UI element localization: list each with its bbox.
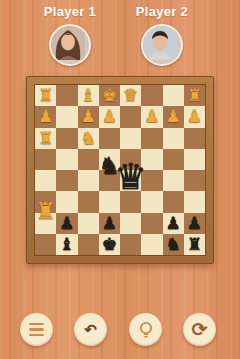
square-e3[interactable] (120, 191, 141, 212)
square-h7[interactable]: ♟ (184, 106, 205, 127)
square-e4[interactable]: ♛ (120, 170, 141, 191)
gold-pawn-a7: ♟ (38, 108, 53, 125)
restart-icon: ⟳ (192, 320, 208, 339)
square-g8[interactable] (163, 85, 184, 106)
black-pawn-b2: ♟ (59, 215, 74, 232)
square-f7[interactable]: ♟ (141, 106, 162, 127)
square-d2[interactable]: ♟ (99, 213, 120, 234)
square-d7[interactable]: ♟ (99, 106, 120, 127)
gold-bishop-c8: ♝ (81, 87, 96, 104)
player2-panel: Player 2 (107, 4, 217, 66)
gold-pawn-c7: ♟ (81, 108, 96, 125)
undo-icon: ↶ (84, 322, 97, 337)
gold-rook-a8: ♜ (38, 87, 53, 104)
square-h2[interactable]: ♟ (184, 213, 205, 234)
square-h1[interactable]: ♜ (184, 234, 205, 255)
square-f8[interactable] (141, 85, 162, 106)
gold-king-d8: ♚ (102, 87, 117, 104)
woman-avatar-illustration (51, 26, 85, 60)
square-f2[interactable] (141, 213, 162, 234)
black-knight-g1: ♞ (166, 236, 181, 253)
square-a1[interactable] (35, 234, 56, 255)
square-c4[interactable] (78, 170, 99, 191)
hint-bulb-icon (138, 321, 154, 339)
square-b2[interactable]: ♟ (56, 213, 77, 234)
black-pawn-h2: ♟ (187, 215, 202, 232)
square-a6[interactable]: ♜ (35, 128, 56, 149)
black-pawn-g2: ♟ (166, 215, 181, 232)
black-rook-h1: ♜ (187, 236, 202, 253)
square-e1[interactable] (120, 234, 141, 255)
square-a3[interactable]: ♜ (35, 191, 56, 212)
square-c6[interactable]: ♞ (78, 128, 99, 149)
square-b8[interactable] (56, 85, 77, 106)
square-e7[interactable] (120, 106, 141, 127)
square-b3[interactable] (56, 191, 77, 212)
player2-name: Player 2 (136, 4, 188, 19)
gold-knight-c6: ♞ (81, 130, 96, 147)
square-c3[interactable] (78, 191, 99, 212)
menu-icon (29, 323, 44, 337)
square-f4[interactable] (141, 170, 162, 191)
square-h3[interactable] (184, 191, 205, 212)
square-g4[interactable] (163, 170, 184, 191)
gold-queen-e8: ♛ (123, 87, 138, 104)
square-a2[interactable] (35, 213, 56, 234)
square-c5[interactable] (78, 149, 99, 170)
square-b6[interactable] (56, 128, 77, 149)
square-f6[interactable] (141, 128, 162, 149)
restart-button[interactable]: ⟳ (183, 313, 216, 346)
square-h6[interactable] (184, 128, 205, 149)
square-e6[interactable] (120, 128, 141, 149)
square-a5[interactable] (35, 149, 56, 170)
gold-pawn-g7: ♟ (166, 108, 181, 125)
hint-button[interactable] (129, 313, 162, 346)
square-h5[interactable] (184, 149, 205, 170)
square-g5[interactable] (163, 149, 184, 170)
black-king-d1: ♚ (102, 236, 117, 253)
square-b5[interactable] (56, 149, 77, 170)
gold-rook-h8: ♜ (187, 87, 202, 104)
square-g3[interactable] (163, 191, 184, 212)
square-g7[interactable]: ♟ (163, 106, 184, 127)
gold-pawn-f7: ♟ (144, 108, 159, 125)
square-f5[interactable] (141, 149, 162, 170)
square-d3[interactable] (99, 191, 120, 212)
square-d6[interactable] (99, 128, 120, 149)
square-b1[interactable]: ♝ (56, 234, 77, 255)
gold-rook-a6: ♜ (38, 130, 53, 147)
undo-button[interactable]: ↶ (74, 313, 107, 346)
square-d5[interactable]: ♞ (99, 149, 120, 170)
square-c1[interactable] (78, 234, 99, 255)
square-a7[interactable]: ♟ (35, 106, 56, 127)
square-h4[interactable] (184, 170, 205, 191)
square-a4[interactable] (35, 170, 56, 191)
black-bishop-b1: ♝ (59, 236, 74, 253)
square-e5[interactable] (120, 149, 141, 170)
square-f1[interactable] (141, 234, 162, 255)
square-f3[interactable] (141, 191, 162, 212)
chess-board: ♜♝♚♛♜♟♟♟♟♟♟♜♞♞♛♜♟♟♟♟♝♚♞♜ (34, 84, 206, 256)
man-avatar-illustration (143, 26, 177, 60)
square-e2[interactable] (120, 213, 141, 234)
square-g2[interactable]: ♟ (163, 213, 184, 234)
square-d4[interactable] (99, 170, 120, 191)
player1-avatar (49, 24, 91, 66)
square-g6[interactable] (163, 128, 184, 149)
square-g1[interactable]: ♞ (163, 234, 184, 255)
chess-board-frame: ♜♝♚♛♜♟♟♟♟♟♟♜♞♞♛♜♟♟♟♟♝♚♞♜ (26, 76, 214, 264)
player1-name: Player 1 (44, 4, 96, 19)
square-e8[interactable]: ♛ (120, 85, 141, 106)
square-c7[interactable]: ♟ (78, 106, 99, 127)
square-c2[interactable] (78, 213, 99, 234)
square-c8[interactable]: ♝ (78, 85, 99, 106)
square-d8[interactable]: ♚ (99, 85, 120, 106)
black-pawn-d2: ♟ (102, 215, 117, 232)
gold-pawn-d7: ♟ (102, 108, 117, 125)
menu-button[interactable] (20, 313, 53, 346)
square-h8[interactable]: ♜ (184, 85, 205, 106)
player2-avatar (141, 24, 183, 66)
square-b4[interactable] (56, 170, 77, 191)
square-a8[interactable]: ♜ (35, 85, 56, 106)
square-d1[interactable]: ♚ (99, 234, 120, 255)
square-b7[interactable] (56, 106, 77, 127)
gold-pawn-h7: ♟ (187, 108, 202, 125)
